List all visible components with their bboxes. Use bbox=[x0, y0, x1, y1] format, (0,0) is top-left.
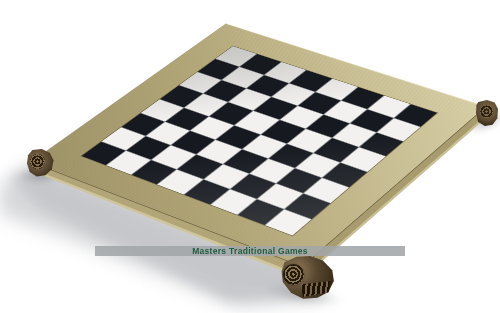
product-photo: Masters Traditional Games bbox=[0, 0, 500, 313]
decorative-foot-right bbox=[476, 100, 498, 126]
decorative-foot-left bbox=[27, 149, 54, 177]
foot-scroll bbox=[30, 154, 45, 169]
watermark-text: Masters Traditional Games bbox=[95, 245, 405, 257]
foot-scroll bbox=[480, 105, 493, 118]
chess-board bbox=[32, 24, 485, 266]
decorative-foot-front bbox=[280, 255, 335, 300]
foot-scroll bbox=[283, 264, 304, 285]
